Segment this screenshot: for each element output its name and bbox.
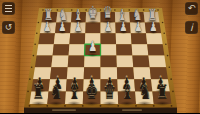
board-front-edge	[24, 108, 177, 114]
piece-black-knight[interactable]: ♞	[49, 84, 63, 104]
rotate-icon: ↺	[5, 23, 13, 32]
piece-black-bishop[interactable]: ♝	[120, 84, 134, 104]
square-b4[interactable]	[132, 44, 149, 55]
piece-white-pawn[interactable]: ♟	[134, 20, 143, 33]
square-g4[interactable]	[53, 44, 70, 55]
info-icon: i	[190, 23, 193, 33]
square-h4[interactable]	[37, 44, 54, 55]
piece-white-pawn[interactable]: ♟	[43, 20, 52, 33]
piece-white-pawn[interactable]: ♟	[88, 41, 98, 55]
square-h5[interactable]	[35, 56, 53, 68]
piece-black-queen[interactable]: ♛	[102, 83, 116, 104]
square-c4[interactable]	[116, 44, 132, 55]
square-b5[interactable]	[132, 56, 149, 68]
front-edge-engraving-right	[122, 109, 142, 111]
square-f5[interactable]	[68, 56, 85, 68]
piece-white-pawn[interactable]: ♟	[119, 20, 128, 33]
hamburger-icon	[5, 5, 12, 12]
square-d5[interactable]	[101, 56, 117, 68]
square-c5[interactable]	[117, 56, 134, 68]
rotate-board-button[interactable]: ↺	[2, 21, 15, 34]
undo-move-button[interactable]: ↶	[185, 2, 198, 15]
menu-button[interactable]	[2, 2, 15, 15]
square-b3[interactable]	[131, 33, 147, 44]
square-h3[interactable]	[38, 33, 55, 44]
square-e2[interactable]	[85, 23, 100, 34]
chessboard[interactable]	[0, 0, 200, 113]
piece-black-knight[interactable]: ♞	[138, 84, 152, 104]
piece-white-pawn[interactable]: ♟	[58, 20, 67, 33]
piece-white-pawn[interactable]: ♟	[73, 20, 82, 33]
info-button[interactable]: i	[185, 21, 198, 34]
square-a5[interactable]	[148, 56, 166, 68]
square-d4[interactable]	[101, 44, 117, 55]
piece-black-bishop[interactable]: ♝	[67, 84, 81, 104]
square-f3[interactable]	[69, 33, 85, 44]
piece-white-king[interactable]: ♚	[87, 5, 98, 22]
piece-black-rook[interactable]: ♜	[32, 84, 46, 104]
piece-white-pawn[interactable]: ♟	[149, 20, 158, 33]
square-a3[interactable]	[146, 33, 163, 44]
front-edge-engraving-left	[52, 109, 76, 111]
square-d3[interactable]	[101, 33, 117, 44]
undo-icon: ↶	[188, 4, 196, 13]
piece-white-pawn[interactable]: ♟	[104, 20, 113, 33]
square-e5[interactable]	[84, 56, 100, 68]
piece-black-king[interactable]: ♚	[85, 83, 99, 104]
piece-black-rook[interactable]: ♜	[156, 84, 170, 104]
square-f4[interactable]	[69, 44, 85, 55]
square-g5[interactable]	[51, 56, 68, 68]
chess-app-screen: ♜♞♝♚♛♝♞♜♟♟♟♟♟♟♟♟♟♟♟♟♟♟♟♟♜♞♝♚♛♝♞♜ ↺ ↶ i	[0, 0, 200, 113]
square-g3[interactable]	[54, 33, 70, 44]
square-c3[interactable]	[116, 33, 132, 44]
square-a4[interactable]	[147, 44, 164, 55]
